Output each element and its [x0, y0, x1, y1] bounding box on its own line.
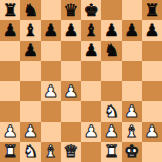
square-h2[interactable]: ♟ — [142, 122, 162, 142]
square-e6[interactable]: ♟ — [81, 41, 101, 61]
square-d2[interactable] — [61, 122, 81, 142]
square-b4[interactable] — [20, 81, 40, 101]
square-h3[interactable] — [142, 101, 162, 121]
piece-black-pawn: ♟ — [144, 22, 159, 39]
piece-white-pawn: ♟ — [23, 123, 38, 140]
piece-black-knight: ♞ — [23, 2, 38, 19]
square-e8[interactable]: ♚ — [81, 0, 101, 20]
piece-black-knight: ♞ — [104, 42, 119, 59]
square-c4[interactable]: ♟ — [41, 81, 61, 101]
square-g7[interactable]: ♟ — [122, 20, 142, 40]
square-c2[interactable] — [41, 122, 61, 142]
square-h6[interactable] — [142, 41, 162, 61]
square-a8[interactable]: ♜ — [0, 0, 20, 20]
piece-black-bishop: ♝ — [84, 22, 99, 39]
square-b7[interactable]: ♝ — [20, 20, 40, 40]
square-g2[interactable]: ♝ — [122, 122, 142, 142]
piece-black-pawn: ♟ — [84, 42, 99, 59]
square-h1[interactable] — [142, 142, 162, 162]
square-e1[interactable] — [81, 142, 101, 162]
piece-white-pawn: ♟ — [104, 123, 119, 140]
square-c7[interactable]: ♟ — [41, 20, 61, 40]
square-a6[interactable] — [0, 41, 20, 61]
piece-black-pawn: ♟ — [23, 42, 38, 59]
square-b5[interactable] — [20, 61, 40, 81]
square-a7[interactable]: ♟ — [0, 20, 20, 40]
square-h8[interactable]: ♜ — [142, 0, 162, 20]
square-a4[interactable] — [0, 81, 20, 101]
square-h7[interactable]: ♟ — [142, 20, 162, 40]
chess-board: ♜♞♛♚♜♟♝♟♟♝♟♟♟♟♟♞♟♟♞♟♟♟♟♟♝♟♜♞♝♛♜♚ — [0, 0, 162, 162]
square-e3[interactable] — [81, 101, 101, 121]
square-f6[interactable]: ♞ — [101, 41, 121, 61]
square-b2[interactable]: ♟ — [20, 122, 40, 142]
square-d3[interactable] — [61, 101, 81, 121]
piece-white-knight: ♞ — [23, 143, 38, 160]
piece-white-pawn: ♟ — [124, 103, 139, 120]
square-e4[interactable] — [81, 81, 101, 101]
square-g3[interactable]: ♟ — [122, 101, 142, 121]
square-e2[interactable]: ♟ — [81, 122, 101, 142]
square-g1[interactable]: ♚ — [122, 142, 142, 162]
square-h4[interactable] — [142, 81, 162, 101]
square-f5[interactable] — [101, 61, 121, 81]
square-d5[interactable] — [61, 61, 81, 81]
piece-black-king: ♚ — [84, 2, 99, 19]
piece-black-pawn: ♟ — [104, 22, 119, 39]
piece-white-queen: ♛ — [63, 143, 78, 160]
piece-white-pawn: ♟ — [144, 123, 159, 140]
piece-white-knight: ♞ — [104, 103, 119, 120]
square-d7[interactable]: ♟ — [61, 20, 81, 40]
square-b8[interactable]: ♞ — [20, 0, 40, 20]
square-c1[interactable]: ♝ — [41, 142, 61, 162]
square-f4[interactable] — [101, 81, 121, 101]
square-h5[interactable] — [142, 61, 162, 81]
square-c3[interactable] — [41, 101, 61, 121]
square-c8[interactable] — [41, 0, 61, 20]
piece-black-bishop: ♝ — [23, 22, 38, 39]
square-d6[interactable] — [61, 41, 81, 61]
piece-white-pawn: ♟ — [43, 83, 58, 100]
piece-white-pawn: ♟ — [84, 123, 99, 140]
square-b3[interactable] — [20, 101, 40, 121]
square-a5[interactable] — [0, 61, 20, 81]
piece-white-pawn: ♟ — [3, 123, 18, 140]
piece-black-pawn: ♟ — [43, 22, 58, 39]
piece-black-rook: ♜ — [3, 2, 18, 19]
square-b1[interactable]: ♞ — [20, 142, 40, 162]
square-g8[interactable] — [122, 0, 142, 20]
square-f1[interactable]: ♜ — [101, 142, 121, 162]
piece-black-queen: ♛ — [63, 2, 78, 19]
square-d8[interactable]: ♛ — [61, 0, 81, 20]
square-a2[interactable]: ♟ — [0, 122, 20, 142]
piece-black-pawn: ♟ — [124, 22, 139, 39]
piece-white-rook: ♜ — [104, 143, 119, 160]
piece-white-king: ♚ — [124, 143, 139, 160]
square-f2[interactable]: ♟ — [101, 122, 121, 142]
square-g5[interactable] — [122, 61, 142, 81]
piece-white-bishop: ♝ — [43, 143, 58, 160]
square-a3[interactable] — [0, 101, 20, 121]
square-f3[interactable]: ♞ — [101, 101, 121, 121]
piece-black-rook: ♜ — [144, 2, 159, 19]
piece-white-rook: ♜ — [3, 143, 18, 160]
piece-black-pawn: ♟ — [3, 22, 18, 39]
square-g6[interactable] — [122, 41, 142, 61]
square-f7[interactable]: ♟ — [101, 20, 121, 40]
square-e5[interactable] — [81, 61, 101, 81]
square-a1[interactable]: ♜ — [0, 142, 20, 162]
piece-white-bishop: ♝ — [124, 123, 139, 140]
square-g4[interactable] — [122, 81, 142, 101]
square-c5[interactable] — [41, 61, 61, 81]
square-d1[interactable]: ♛ — [61, 142, 81, 162]
piece-white-pawn: ♟ — [63, 83, 78, 100]
square-e7[interactable]: ♝ — [81, 20, 101, 40]
square-c6[interactable] — [41, 41, 61, 61]
square-f8[interactable] — [101, 0, 121, 20]
piece-black-pawn: ♟ — [63, 22, 78, 39]
square-d4[interactable]: ♟ — [61, 81, 81, 101]
square-b6[interactable]: ♟ — [20, 41, 40, 61]
